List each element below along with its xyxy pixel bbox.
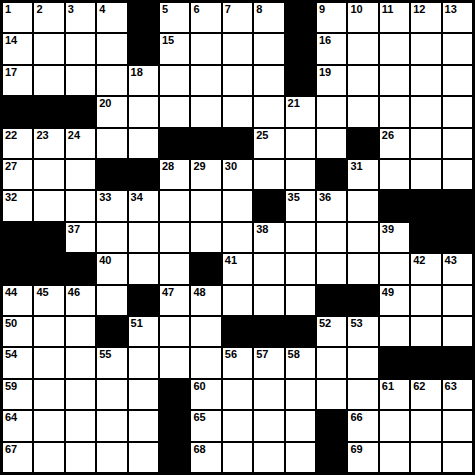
white-square[interactable] (443, 129, 472, 158)
black-square (34, 97, 63, 126)
black-square (443, 191, 472, 220)
clue-number: 46 (68, 286, 80, 299)
white-square[interactable] (34, 443, 63, 472)
white-square[interactable] (34, 160, 63, 189)
white-square[interactable] (223, 411, 252, 440)
clue-number: 10 (350, 3, 362, 16)
black-square (317, 411, 346, 440)
white-square[interactable]: 28 (160, 160, 189, 189)
white-square[interactable]: 66 (348, 411, 377, 440)
black-square (348, 286, 377, 315)
white-square[interactable] (34, 191, 63, 220)
white-square[interactable]: 26 (380, 129, 409, 158)
white-square[interactable] (97, 380, 126, 409)
white-square[interactable] (286, 254, 315, 283)
clue-number: 42 (413, 254, 425, 267)
clue-number: 47 (162, 286, 174, 299)
white-square[interactable]: 65 (191, 411, 220, 440)
white-square[interactable]: 35 (286, 191, 315, 220)
clue-number: 51 (131, 317, 143, 330)
black-square (380, 348, 409, 377)
white-square[interactable] (129, 97, 158, 126)
white-square[interactable] (34, 34, 63, 63)
white-square[interactable]: 20 (97, 97, 126, 126)
white-square[interactable] (348, 191, 377, 220)
white-square[interactable] (160, 66, 189, 95)
crossword-grid: 1234567891011121314151617181920212223242… (0, 0, 475, 475)
white-square[interactable] (97, 411, 126, 440)
clue-number: 57 (256, 348, 268, 361)
white-square[interactable] (66, 380, 95, 409)
white-square[interactable]: 24 (66, 129, 95, 158)
white-square[interactable]: 6 (191, 3, 220, 32)
white-square[interactable] (129, 411, 158, 440)
white-square[interactable]: 53 (348, 317, 377, 346)
clue-number: 15 (162, 34, 174, 47)
black-square (191, 254, 220, 283)
white-square[interactable] (380, 34, 409, 63)
clue-number: 9 (319, 3, 325, 16)
clue-number: 19 (319, 66, 331, 79)
white-square[interactable] (286, 286, 315, 315)
white-square[interactable]: 18 (129, 66, 158, 95)
white-square[interactable]: 45 (34, 286, 63, 315)
clue-number: 58 (288, 348, 300, 361)
white-square[interactable]: 46 (66, 286, 95, 315)
white-square[interactable] (223, 34, 252, 63)
white-square[interactable] (411, 97, 440, 126)
white-square[interactable]: 34 (129, 191, 158, 220)
white-square[interactable] (443, 34, 472, 63)
clue-number: 21 (288, 97, 300, 110)
white-square[interactable] (443, 97, 472, 126)
white-square[interactable]: 31 (348, 160, 377, 189)
white-square[interactable]: 13 (443, 3, 472, 32)
white-square[interactable]: 64 (3, 411, 32, 440)
white-square[interactable] (317, 223, 346, 252)
clue-number: 26 (382, 129, 394, 142)
white-square[interactable]: 23 (34, 129, 63, 158)
white-square[interactable] (380, 97, 409, 126)
white-square[interactable] (129, 223, 158, 252)
white-square[interactable] (254, 97, 283, 126)
white-square[interactable]: 60 (191, 380, 220, 409)
white-square[interactable] (97, 66, 126, 95)
white-square[interactable] (129, 380, 158, 409)
white-square[interactable]: 21 (286, 97, 315, 126)
clue-number: 36 (319, 191, 331, 204)
black-square (223, 129, 252, 158)
white-square[interactable] (348, 254, 377, 283)
clue-number: 37 (68, 223, 80, 236)
black-square (129, 160, 158, 189)
black-square (3, 254, 32, 283)
black-square (223, 317, 252, 346)
white-square[interactable] (129, 443, 158, 472)
black-square (286, 66, 315, 95)
black-square (317, 160, 346, 189)
white-square[interactable] (160, 254, 189, 283)
black-square (160, 129, 189, 158)
white-square[interactable] (191, 97, 220, 126)
white-square[interactable] (254, 254, 283, 283)
white-square[interactable] (223, 380, 252, 409)
white-square[interactable] (348, 34, 377, 63)
clue-number: 1 (5, 3, 11, 16)
white-square[interactable]: 59 (3, 380, 32, 409)
white-square[interactable] (34, 66, 63, 95)
white-square[interactable] (254, 411, 283, 440)
clue-number: 54 (5, 348, 17, 361)
black-square (411, 348, 440, 377)
clue-number: 12 (413, 3, 425, 16)
black-square (254, 191, 283, 220)
white-square[interactable] (160, 317, 189, 346)
black-square (97, 317, 126, 346)
black-square (411, 191, 440, 220)
white-square[interactable] (191, 66, 220, 95)
white-square[interactable] (443, 317, 472, 346)
clue-number: 7 (225, 3, 231, 16)
clue-number: 32 (5, 191, 17, 204)
white-square[interactable] (223, 66, 252, 95)
clue-number: 27 (5, 160, 17, 173)
black-square (160, 443, 189, 472)
white-square[interactable]: 48 (191, 286, 220, 315)
white-square[interactable] (411, 286, 440, 315)
clue-number: 11 (382, 3, 394, 16)
black-square (286, 34, 315, 63)
black-square (129, 3, 158, 32)
white-square[interactable]: 47 (160, 286, 189, 315)
white-square[interactable] (97, 129, 126, 158)
black-square (3, 223, 32, 252)
clue-number: 68 (193, 443, 205, 456)
white-square[interactable]: 8 (254, 3, 283, 32)
white-square[interactable] (254, 160, 283, 189)
black-square (129, 34, 158, 63)
black-square (160, 380, 189, 409)
clue-number: 56 (225, 348, 237, 361)
white-square[interactable] (223, 191, 252, 220)
clue-number: 6 (193, 3, 199, 16)
white-square[interactable]: 56 (223, 348, 252, 377)
white-square[interactable]: 57 (254, 348, 283, 377)
clue-number: 16 (319, 34, 331, 47)
white-square[interactable]: 27 (3, 160, 32, 189)
white-square[interactable]: 17 (3, 66, 32, 95)
white-square[interactable]: 2 (34, 3, 63, 32)
white-square[interactable]: 68 (191, 443, 220, 472)
black-square (286, 3, 315, 32)
white-square[interactable] (411, 443, 440, 472)
clue-number: 29 (193, 160, 205, 173)
white-square[interactable] (97, 223, 126, 252)
clue-number: 30 (225, 160, 237, 173)
white-square[interactable] (97, 286, 126, 315)
white-square[interactable] (380, 317, 409, 346)
clue-number: 49 (382, 286, 394, 299)
clue-number: 43 (445, 254, 457, 267)
white-square[interactable] (317, 380, 346, 409)
white-square[interactable] (254, 443, 283, 472)
white-square[interactable]: 54 (3, 348, 32, 377)
white-square[interactable] (254, 34, 283, 63)
white-square[interactable]: 39 (380, 223, 409, 252)
black-square (160, 411, 189, 440)
white-square[interactable] (34, 348, 63, 377)
white-square[interactable] (66, 66, 95, 95)
clue-number: 13 (445, 3, 457, 16)
white-square[interactable]: 58 (286, 348, 315, 377)
white-square[interactable] (191, 317, 220, 346)
white-square[interactable] (34, 380, 63, 409)
white-square[interactable] (380, 411, 409, 440)
black-square (286, 317, 315, 346)
white-square[interactable]: 43 (443, 254, 472, 283)
white-square[interactable]: 52 (317, 317, 346, 346)
white-square[interactable]: 40 (97, 254, 126, 283)
white-square[interactable] (254, 286, 283, 315)
white-square[interactable] (223, 286, 252, 315)
white-square[interactable]: 10 (348, 3, 377, 32)
white-square[interactable] (317, 348, 346, 377)
white-square[interactable]: 63 (443, 380, 472, 409)
white-square[interactable] (286, 380, 315, 409)
black-square (317, 286, 346, 315)
white-square[interactable] (191, 191, 220, 220)
white-square[interactable] (129, 348, 158, 377)
clue-number: 48 (193, 286, 205, 299)
white-square[interactable]: 62 (411, 380, 440, 409)
clue-number: 62 (413, 380, 425, 393)
black-square (66, 97, 95, 126)
white-square[interactable] (286, 129, 315, 158)
white-square[interactable]: 33 (97, 191, 126, 220)
white-square[interactable] (348, 380, 377, 409)
white-square[interactable]: 30 (223, 160, 252, 189)
white-square[interactable]: 36 (317, 191, 346, 220)
white-square[interactable] (97, 34, 126, 63)
white-square[interactable] (66, 411, 95, 440)
clue-number: 31 (350, 160, 362, 173)
clue-number: 3 (68, 3, 74, 16)
white-square[interactable]: 41 (223, 254, 252, 283)
clue-number: 17 (5, 66, 17, 79)
white-square[interactable] (380, 66, 409, 95)
white-square[interactable] (66, 443, 95, 472)
white-square[interactable]: 42 (411, 254, 440, 283)
black-square (317, 443, 346, 472)
white-square[interactable] (443, 66, 472, 95)
black-square (34, 254, 63, 283)
white-square[interactable]: 14 (3, 34, 32, 63)
white-square[interactable] (286, 411, 315, 440)
clue-number: 28 (162, 160, 174, 173)
clue-number: 40 (99, 254, 111, 267)
clue-number: 2 (36, 3, 42, 16)
black-square (411, 223, 440, 252)
white-square[interactable] (411, 317, 440, 346)
clue-number: 24 (68, 129, 80, 142)
black-square (348, 129, 377, 158)
white-square[interactable]: 3 (66, 3, 95, 32)
white-square[interactable] (34, 317, 63, 346)
clue-number: 59 (5, 380, 17, 393)
black-square (380, 191, 409, 220)
white-square[interactable] (97, 443, 126, 472)
clue-number: 35 (288, 191, 300, 204)
white-square[interactable] (223, 223, 252, 252)
clue-number: 14 (5, 34, 17, 47)
clue-number: 33 (99, 191, 111, 204)
white-square[interactable] (443, 411, 472, 440)
clue-number: 67 (5, 443, 17, 456)
white-square[interactable]: 4 (97, 3, 126, 32)
clue-number: 38 (256, 223, 268, 236)
white-square[interactable]: 7 (223, 3, 252, 32)
white-square[interactable] (66, 317, 95, 346)
clue-number: 63 (445, 380, 457, 393)
clue-number: 39 (382, 223, 394, 236)
white-square[interactable]: 38 (254, 223, 283, 252)
clue-number: 61 (382, 380, 394, 393)
black-square (254, 317, 283, 346)
black-square (129, 286, 158, 315)
white-square[interactable] (34, 411, 63, 440)
clue-number: 8 (256, 3, 262, 16)
black-square (66, 254, 95, 283)
white-square[interactable] (348, 97, 377, 126)
white-square[interactable] (380, 160, 409, 189)
clue-number: 60 (193, 380, 205, 393)
clue-number: 69 (350, 443, 362, 456)
white-square[interactable]: 32 (3, 191, 32, 220)
white-square[interactable]: 69 (348, 443, 377, 472)
black-square (191, 129, 220, 158)
white-square[interactable] (66, 348, 95, 377)
white-square[interactable]: 44 (3, 286, 32, 315)
white-square[interactable] (129, 129, 158, 158)
white-square[interactable] (160, 97, 189, 126)
white-square[interactable] (348, 223, 377, 252)
white-square[interactable]: 61 (380, 380, 409, 409)
white-square[interactable] (160, 191, 189, 220)
white-square[interactable] (286, 160, 315, 189)
white-square[interactable]: 29 (191, 160, 220, 189)
clue-number: 44 (5, 286, 17, 299)
clue-number: 20 (99, 97, 111, 110)
black-square (443, 223, 472, 252)
white-square[interactable] (191, 34, 220, 63)
clue-number: 50 (5, 317, 17, 330)
white-square[interactable] (443, 443, 472, 472)
clue-number: 53 (350, 317, 362, 330)
white-square[interactable]: 19 (317, 66, 346, 95)
white-square[interactable]: 12 (411, 3, 440, 32)
clue-number: 52 (319, 317, 331, 330)
white-square[interactable] (317, 129, 346, 158)
clue-number: 41 (225, 254, 237, 267)
black-square (443, 348, 472, 377)
white-square[interactable] (443, 286, 472, 315)
white-square[interactable]: 67 (3, 443, 32, 472)
white-square[interactable] (348, 66, 377, 95)
clue-number: 18 (131, 66, 143, 79)
clue-number: 4 (99, 3, 105, 16)
white-square[interactable]: 22 (3, 129, 32, 158)
white-square[interactable] (254, 380, 283, 409)
black-square (97, 160, 126, 189)
white-square[interactable] (411, 66, 440, 95)
white-square[interactable] (411, 129, 440, 158)
white-square[interactable] (286, 443, 315, 472)
clue-number: 22 (5, 129, 17, 142)
white-square[interactable] (129, 254, 158, 283)
white-square[interactable] (66, 160, 95, 189)
white-square[interactable] (160, 348, 189, 377)
white-square[interactable] (411, 411, 440, 440)
white-square[interactable] (160, 223, 189, 252)
white-square[interactable] (317, 97, 346, 126)
clue-number: 5 (162, 3, 168, 16)
white-square[interactable]: 25 (254, 129, 283, 158)
white-square[interactable] (254, 66, 283, 95)
white-square[interactable] (66, 191, 95, 220)
white-square[interactable]: 5 (160, 3, 189, 32)
white-square[interactable]: 49 (380, 286, 409, 315)
white-square[interactable]: 50 (3, 317, 32, 346)
white-square[interactable] (286, 223, 315, 252)
white-square[interactable] (317, 254, 346, 283)
white-square[interactable]: 37 (66, 223, 95, 252)
white-square[interactable] (411, 34, 440, 63)
white-square[interactable]: 15 (160, 34, 189, 63)
clue-number: 34 (131, 191, 143, 204)
clue-number: 23 (36, 129, 48, 142)
white-square[interactable] (380, 443, 409, 472)
white-square[interactable] (191, 348, 220, 377)
white-square[interactable] (411, 160, 440, 189)
clue-number: 55 (99, 348, 111, 361)
white-square[interactable] (223, 443, 252, 472)
clue-number: 25 (256, 129, 268, 142)
black-square (34, 223, 63, 252)
white-square[interactable] (348, 348, 377, 377)
white-square[interactable] (66, 34, 95, 63)
clue-number: 66 (350, 411, 362, 424)
white-square[interactable]: 1 (3, 3, 32, 32)
white-square[interactable] (380, 254, 409, 283)
white-square[interactable]: 51 (129, 317, 158, 346)
white-square[interactable] (443, 160, 472, 189)
white-square[interactable]: 9 (317, 3, 346, 32)
white-square[interactable]: 55 (97, 348, 126, 377)
clue-number: 45 (36, 286, 48, 299)
clue-number: 65 (193, 411, 205, 424)
white-square[interactable] (223, 97, 252, 126)
white-square[interactable] (191, 223, 220, 252)
white-square[interactable]: 11 (380, 3, 409, 32)
clue-number: 64 (5, 411, 17, 424)
black-square (3, 97, 32, 126)
white-square[interactable]: 16 (317, 34, 346, 63)
